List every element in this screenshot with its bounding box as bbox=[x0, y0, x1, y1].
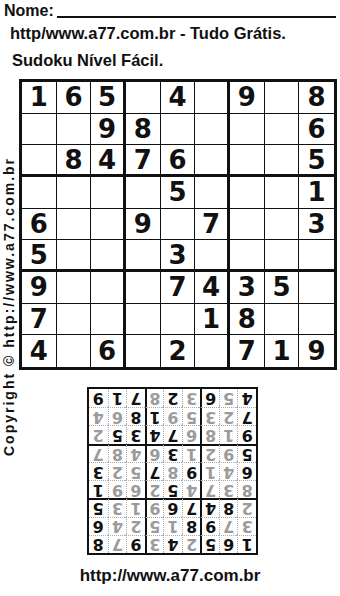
solution-cell-r7c3: 8 bbox=[200, 425, 219, 443]
puzzle-cell-r5c8 bbox=[265, 209, 300, 241]
puzzle-cell-r3c4: 7 bbox=[126, 145, 161, 177]
solution-cell-r9c9: 9 bbox=[89, 389, 108, 407]
solution-cell-r2c8: 4 bbox=[108, 517, 127, 535]
puzzle-cell-r6c6 bbox=[195, 240, 230, 272]
puzzle-cell-r4c4 bbox=[126, 177, 161, 209]
puzzle-cell-r3c5: 6 bbox=[161, 145, 196, 177]
puzzle-cell-r2c7 bbox=[230, 114, 265, 146]
solution-cell-r6c9: 7 bbox=[89, 444, 108, 462]
puzzle-cell-r1c2: 6 bbox=[57, 82, 92, 114]
solution-cell-r4c8: 9 bbox=[108, 480, 127, 498]
solution-cell-r9c5: 2 bbox=[163, 389, 182, 407]
solution-cell-r8c8: 6 bbox=[108, 407, 127, 425]
puzzle-cell-r9c5: 2 bbox=[161, 335, 196, 367]
solution-cell-r9c3: 6 bbox=[200, 389, 219, 407]
puzzle-cell-r5c1: 6 bbox=[22, 209, 57, 241]
puzzle-cell-r5c5 bbox=[161, 209, 196, 241]
solution-cell-r5c7: 5 bbox=[126, 462, 145, 480]
puzzle-cell-r5c7 bbox=[230, 209, 265, 241]
solution-cell-r7c4: 6 bbox=[182, 425, 201, 443]
solution-cell-r5c4: 9 bbox=[182, 462, 201, 480]
puzzle-cell-r3c3: 4 bbox=[91, 145, 126, 177]
solution-cell-r5c9: 3 bbox=[89, 462, 108, 480]
solution-cell-r6c8: 8 bbox=[108, 444, 127, 462]
solution-cell-r8c4: 5 bbox=[182, 407, 201, 425]
solution-cell-r3c3: 4 bbox=[200, 498, 219, 516]
puzzle-cell-r8c2 bbox=[57, 304, 92, 336]
puzzle-cell-r8c5 bbox=[161, 304, 196, 336]
puzzle-cell-r3c6 bbox=[195, 145, 230, 177]
solution-cell-r2c1: 3 bbox=[237, 517, 256, 535]
puzzle-cell-r6c5: 3 bbox=[161, 240, 196, 272]
solution-cell-r7c6: 4 bbox=[145, 425, 164, 443]
puzzle-cell-r7c8: 5 bbox=[265, 272, 300, 304]
puzzle-cell-r7c2 bbox=[57, 272, 92, 304]
puzzle-cell-r9c7: 7 bbox=[230, 335, 265, 367]
solution-cell-r6c2: 9 bbox=[219, 444, 238, 462]
solution-cell-r1c1: 1 bbox=[237, 535, 256, 553]
puzzle-cell-r9c8: 1 bbox=[265, 335, 300, 367]
solution-cell-r8c3: 3 bbox=[200, 407, 219, 425]
puzzle-cell-r6c1: 5 bbox=[22, 240, 57, 272]
solution-cell-r2c5: 1 bbox=[163, 517, 182, 535]
puzzle-cell-r4c2 bbox=[57, 177, 92, 209]
puzzle-cell-r3c9: 5 bbox=[299, 145, 334, 177]
puzzle-cell-r4c5: 5 bbox=[161, 177, 196, 209]
puzzle-cell-r9c2 bbox=[57, 335, 92, 367]
solution-cell-r1c4: 2 bbox=[182, 535, 201, 553]
solution-cell-r8c7: 8 bbox=[126, 407, 145, 425]
solution-cell-r6c5: 3 bbox=[163, 444, 182, 462]
puzzle-cell-r1c3: 5 bbox=[91, 82, 126, 114]
solution-cell-r4c5: 5 bbox=[163, 480, 182, 498]
puzzle-cell-r5c9: 3 bbox=[299, 209, 334, 241]
puzzle-cell-r1c5: 4 bbox=[161, 82, 196, 114]
puzzle-cell-r9c4 bbox=[126, 335, 161, 367]
puzzle-grid: 165498986847655169735397435718462719 bbox=[19, 79, 337, 370]
solution-cell-r9c6: 8 bbox=[145, 389, 164, 407]
solution-cell-r5c3: 1 bbox=[200, 462, 219, 480]
solution-cell-r5c5: 8 bbox=[163, 462, 182, 480]
solution-cell-r9c7: 7 bbox=[126, 389, 145, 407]
puzzle-cell-r8c8 bbox=[265, 304, 300, 336]
solution-cell-r7c5: 7 bbox=[163, 425, 182, 443]
solution-cell-r4c3: 7 bbox=[200, 480, 219, 498]
puzzle-cell-r7c7: 3 bbox=[230, 272, 265, 304]
puzzle-cell-r2c3: 9 bbox=[91, 114, 126, 146]
puzzle-cell-r3c1 bbox=[22, 145, 57, 177]
puzzle-cell-r8c3 bbox=[91, 304, 126, 336]
solution-cell-r3c7: 1 bbox=[126, 498, 145, 516]
puzzle-cell-r6c3 bbox=[91, 240, 126, 272]
puzzle-cell-r4c9: 1 bbox=[299, 177, 334, 209]
puzzle-cell-r8c7: 8 bbox=[230, 304, 265, 336]
solution-cell-r4c9: 1 bbox=[89, 480, 108, 498]
solution-cell-r3c2: 8 bbox=[219, 498, 238, 516]
puzzle-cell-r1c4 bbox=[126, 82, 161, 114]
solution-cell-r7c1: 9 bbox=[237, 425, 256, 443]
puzzle-cell-r7c6: 4 bbox=[195, 272, 230, 304]
puzzle-cell-r2c9: 6 bbox=[299, 114, 334, 146]
puzzle-cell-r1c9: 8 bbox=[299, 82, 334, 114]
solution-cell-r1c6: 3 bbox=[145, 535, 164, 553]
puzzle-cell-r5c2 bbox=[57, 209, 92, 241]
puzzle-cell-r9c9: 9 bbox=[299, 335, 334, 367]
puzzle-cell-r8c9 bbox=[299, 304, 334, 336]
solution-cell-r6c7: 4 bbox=[126, 444, 145, 462]
puzzle-cell-r3c8 bbox=[265, 145, 300, 177]
puzzle-level-title: Sudoku Nível Fácil. bbox=[12, 51, 163, 70]
solution-cell-r1c2: 6 bbox=[219, 535, 238, 553]
puzzle-cell-r6c4 bbox=[126, 240, 161, 272]
puzzle-cell-r8c1: 7 bbox=[22, 304, 57, 336]
solution-cell-r8c5: 9 bbox=[163, 407, 182, 425]
puzzle-cell-r2c1 bbox=[22, 114, 57, 146]
puzzle-cell-r4c8 bbox=[265, 177, 300, 209]
puzzle-cell-r5c3 bbox=[91, 209, 126, 241]
puzzle-cell-r9c6 bbox=[195, 335, 230, 367]
puzzle-cell-r5c6: 7 bbox=[195, 209, 230, 241]
puzzle-cell-r2c5 bbox=[161, 114, 196, 146]
site-title: http/www.a77.com.br - Tudo Grátis. bbox=[10, 24, 286, 43]
solution-cell-r3c9: 5 bbox=[89, 498, 108, 516]
puzzle-cell-r6c8 bbox=[265, 240, 300, 272]
solution-cell-r5c8: 2 bbox=[108, 462, 127, 480]
solution-cell-r7c8: 5 bbox=[108, 425, 127, 443]
puzzle-cell-r1c1: 1 bbox=[22, 82, 57, 114]
solution-cell-r1c7: 9 bbox=[126, 535, 145, 553]
solution-cell-r9c1: 4 bbox=[237, 389, 256, 407]
solution-cell-r5c6: 7 bbox=[145, 462, 164, 480]
solution-cell-r9c8: 1 bbox=[108, 389, 127, 407]
puzzle-cell-r7c5: 7 bbox=[161, 272, 196, 304]
solution-cell-r1c3: 5 bbox=[200, 535, 219, 553]
solution-cell-r3c4: 7 bbox=[182, 498, 201, 516]
puzzle-cell-r8c4 bbox=[126, 304, 161, 336]
puzzle-cell-r3c7 bbox=[230, 145, 265, 177]
solution-cell-r4c2: 3 bbox=[219, 480, 238, 498]
puzzle-cell-r6c9 bbox=[299, 240, 334, 272]
puzzle-cell-r2c6 bbox=[195, 114, 230, 146]
solution-cell-r8c1: 7 bbox=[237, 407, 256, 425]
puzzle-cell-r4c6 bbox=[195, 177, 230, 209]
solution-cell-r7c2: 1 bbox=[219, 425, 238, 443]
puzzle-cell-r2c4: 8 bbox=[126, 114, 161, 146]
puzzle-cell-r7c4 bbox=[126, 272, 161, 304]
solution-cell-r8c9: 4 bbox=[89, 407, 108, 425]
puzzle-cell-r9c1: 4 bbox=[22, 335, 57, 367]
solution-cell-r9c2: 5 bbox=[219, 389, 238, 407]
puzzle-cell-r4c1 bbox=[22, 177, 57, 209]
solution-cell-r3c5: 6 bbox=[163, 498, 182, 516]
copyright-vertical-text: Copyright © http://www.a77.com.br bbox=[2, 157, 17, 456]
solution-cell-r2c6: 5 bbox=[145, 517, 164, 535]
puzzle-cell-r7c3 bbox=[91, 272, 126, 304]
puzzle-cell-r8c6: 1 bbox=[195, 304, 230, 336]
solution-cell-r1c5: 4 bbox=[163, 535, 182, 553]
solution-cell-r4c6: 2 bbox=[145, 480, 164, 498]
name-label: Nome: bbox=[4, 2, 54, 20]
solution-cell-r5c1: 6 bbox=[237, 462, 256, 480]
solution-cell-r4c7: 6 bbox=[126, 480, 145, 498]
puzzle-cell-r9c3: 6 bbox=[91, 335, 126, 367]
puzzle-cell-r5c4: 9 bbox=[126, 209, 161, 241]
sudoku-sheet: Nome: http/www.a77.com.br - Tudo Grátis.… bbox=[0, 0, 340, 596]
solution-cell-r4c1: 8 bbox=[237, 480, 256, 498]
puzzle-cell-r1c8 bbox=[265, 82, 300, 114]
puzzle-cell-r3c2: 8 bbox=[57, 145, 92, 177]
solution-cell-r6c6: 6 bbox=[145, 444, 164, 462]
solution-cell-r6c3: 2 bbox=[200, 444, 219, 462]
solution-cell-r2c4: 8 bbox=[182, 517, 201, 535]
solution-cell-r8c2: 2 bbox=[219, 407, 238, 425]
solution-cell-r6c1: 5 bbox=[237, 444, 256, 462]
solution-cell-r2c9: 6 bbox=[89, 517, 108, 535]
solution-grid-rotated: 1652439783798152462847691358374526916419… bbox=[87, 387, 258, 555]
puzzle-cell-r7c1: 9 bbox=[22, 272, 57, 304]
solution-cell-r5c2: 4 bbox=[219, 462, 238, 480]
footer-url: http://www.a77.com.br bbox=[0, 566, 340, 586]
puzzle-cell-r2c2 bbox=[57, 114, 92, 146]
solution-cell-r1c9: 8 bbox=[89, 535, 108, 553]
solution-cell-r7c9: 2 bbox=[89, 425, 108, 443]
puzzle-cell-r1c6 bbox=[195, 82, 230, 114]
puzzle-cell-r6c2 bbox=[57, 240, 92, 272]
puzzle-cell-r1c7: 9 bbox=[230, 82, 265, 114]
puzzle-cell-r2c8 bbox=[265, 114, 300, 146]
solution-cell-r9c4: 3 bbox=[182, 389, 201, 407]
puzzle-cell-r7c9 bbox=[299, 272, 334, 304]
puzzle-cell-r6c7 bbox=[230, 240, 265, 272]
solution-cell-r3c6: 9 bbox=[145, 498, 164, 516]
solution-cell-r2c3: 9 bbox=[200, 517, 219, 535]
puzzle-cell-r4c7 bbox=[230, 177, 265, 209]
solution-cell-r6c4: 1 bbox=[182, 444, 201, 462]
solution-cell-r3c8: 3 bbox=[108, 498, 127, 516]
puzzle-cell-r4c3 bbox=[91, 177, 126, 209]
name-blank-line bbox=[57, 16, 336, 18]
solution-cell-r2c7: 2 bbox=[126, 517, 145, 535]
solution-cell-r4c4: 4 bbox=[182, 480, 201, 498]
solution-cell-r2c2: 7 bbox=[219, 517, 238, 535]
solution-cell-r1c8: 7 bbox=[108, 535, 127, 553]
solution-cell-r8c6: 1 bbox=[145, 407, 164, 425]
solution-cell-r7c7: 3 bbox=[126, 425, 145, 443]
solution-cell-r3c1: 2 bbox=[237, 498, 256, 516]
